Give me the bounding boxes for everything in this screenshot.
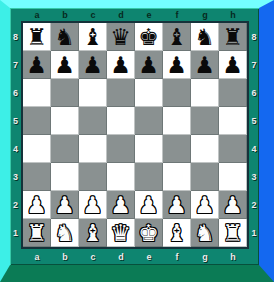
rank-label-left-6: 6 (10, 79, 21, 107)
square-b2[interactable]: ♟ (51, 191, 79, 219)
file-label-bottom-h: h (219, 249, 247, 265)
square-c2[interactable]: ♟ (79, 191, 107, 219)
piece-white-bishop[interactable]: ♝ (166, 219, 187, 247)
square-f5[interactable] (163, 107, 191, 135)
square-b8[interactable]: ♞ (51, 23, 79, 51)
piece-white-bishop[interactable]: ♝ (82, 219, 103, 247)
piece-white-pawn[interactable]: ♟ (222, 191, 243, 219)
square-a7[interactable]: ♟ (23, 51, 51, 79)
piece-black-pawn[interactable]: ♟ (138, 51, 159, 79)
piece-white-king[interactable]: ♚ (138, 219, 159, 247)
piece-black-knight[interactable]: ♞ (54, 23, 75, 51)
file-label-top-a: a (23, 8, 51, 21)
square-e5[interactable] (135, 107, 163, 135)
square-d8[interactable]: ♛ (107, 23, 135, 51)
file-label-bottom-g: g (191, 249, 219, 265)
square-d6[interactable] (107, 79, 135, 107)
square-f7[interactable]: ♟ (163, 51, 191, 79)
piece-white-knight[interactable]: ♞ (194, 219, 215, 247)
chess-board[interactable]: ♜♞♝♛♚♝♞♜♟♟♟♟♟♟♟♟♟♟♟♟♟♟♟♟♜♞♝♛♚♝♞♜ (21, 21, 249, 249)
square-g4[interactable] (191, 135, 219, 163)
file-label-top-e: e (135, 8, 163, 21)
square-g3[interactable] (191, 163, 219, 191)
square-b3[interactable] (51, 163, 79, 191)
rank-label-left-8: 8 (10, 23, 21, 51)
piece-black-pawn[interactable]: ♟ (26, 51, 47, 79)
square-e3[interactable] (135, 163, 163, 191)
square-c5[interactable] (79, 107, 107, 135)
piece-black-bishop[interactable]: ♝ (166, 23, 187, 51)
rank-label-right-2: 2 (249, 191, 259, 219)
square-a8[interactable]: ♜ (23, 23, 51, 51)
piece-white-pawn[interactable]: ♟ (82, 191, 103, 219)
piece-black-bishop[interactable]: ♝ (82, 23, 103, 51)
square-d3[interactable] (107, 163, 135, 191)
square-g5[interactable] (191, 107, 219, 135)
coordinate-band: abcdefgh abcdefgh 87654321 87654321 ♜♞♝♛… (10, 8, 259, 265)
piece-black-pawn[interactable]: ♟ (110, 51, 131, 79)
square-f2[interactable]: ♟ (163, 191, 191, 219)
piece-black-queen[interactable]: ♛ (110, 23, 131, 51)
chessboard-window: abcdefgh abcdefgh 87654321 87654321 ♜♞♝♛… (0, 0, 274, 282)
square-g1[interactable]: ♞ (191, 219, 219, 247)
piece-white-pawn[interactable]: ♟ (166, 191, 187, 219)
piece-white-pawn[interactable]: ♟ (54, 191, 75, 219)
square-c8[interactable]: ♝ (79, 23, 107, 51)
rank-labels-right: 87654321 (249, 23, 259, 247)
square-h1[interactable]: ♜ (219, 219, 247, 247)
square-h7[interactable]: ♟ (219, 51, 247, 79)
rank-label-right-4: 4 (249, 135, 259, 163)
square-h4[interactable] (219, 135, 247, 163)
file-label-top-g: g (191, 8, 219, 21)
file-label-top-h: h (219, 8, 247, 21)
file-labels-bottom: abcdefgh (23, 249, 247, 265)
square-d7[interactable]: ♟ (107, 51, 135, 79)
file-label-top-b: b (51, 8, 79, 21)
file-label-bottom-e: e (135, 249, 163, 265)
square-e4[interactable] (135, 135, 163, 163)
rank-label-left-7: 7 (10, 51, 21, 79)
square-g7[interactable]: ♟ (191, 51, 219, 79)
rank-label-right-7: 7 (249, 51, 259, 79)
rank-label-right-1: 1 (249, 219, 259, 247)
file-label-bottom-d: d (107, 249, 135, 265)
square-a2[interactable]: ♟ (23, 191, 51, 219)
piece-black-pawn[interactable]: ♟ (194, 51, 215, 79)
rank-label-left-3: 3 (10, 163, 21, 191)
square-c7[interactable]: ♟ (79, 51, 107, 79)
square-b4[interactable] (51, 135, 79, 163)
square-f3[interactable] (163, 163, 191, 191)
square-f4[interactable] (163, 135, 191, 163)
piece-white-rook[interactable]: ♜ (26, 219, 47, 247)
square-e1[interactable]: ♚ (135, 219, 163, 247)
square-c4[interactable] (79, 135, 107, 163)
square-a5[interactable] (23, 107, 51, 135)
file-label-top-d: d (107, 8, 135, 21)
square-h6[interactable] (219, 79, 247, 107)
piece-white-pawn[interactable]: ♟ (194, 191, 215, 219)
piece-white-pawn[interactable]: ♟ (110, 191, 131, 219)
square-f6[interactable] (163, 79, 191, 107)
piece-white-knight[interactable]: ♞ (54, 219, 75, 247)
piece-white-queen[interactable]: ♛ (110, 219, 131, 247)
square-e6[interactable] (135, 79, 163, 107)
piece-white-rook[interactable]: ♜ (222, 219, 243, 247)
file-label-bottom-f: f (163, 249, 191, 265)
square-e8[interactable]: ♚ (135, 23, 163, 51)
file-label-top-f: f (163, 8, 191, 21)
rank-label-left-4: 4 (10, 135, 21, 163)
square-d1[interactable]: ♛ (107, 219, 135, 247)
piece-black-pawn[interactable]: ♟ (82, 51, 103, 79)
rank-label-left-1: 1 (10, 219, 21, 247)
square-b5[interactable] (51, 107, 79, 135)
file-label-top-c: c (79, 8, 107, 21)
square-c1[interactable]: ♝ (79, 219, 107, 247)
piece-white-pawn[interactable]: ♟ (26, 191, 47, 219)
file-labels-top: abcdefgh (23, 8, 247, 21)
piece-black-king[interactable]: ♚ (138, 23, 159, 51)
piece-black-pawn[interactable]: ♟ (222, 51, 243, 79)
rank-label-right-8: 8 (249, 23, 259, 51)
rank-label-right-6: 6 (249, 79, 259, 107)
square-f8[interactable]: ♝ (163, 23, 191, 51)
square-f1[interactable]: ♝ (163, 219, 191, 247)
file-label-bottom-b: b (51, 249, 79, 265)
rank-labels-left: 87654321 (10, 23, 21, 247)
square-e7[interactable]: ♟ (135, 51, 163, 79)
square-d5[interactable] (107, 107, 135, 135)
square-c6[interactable] (79, 79, 107, 107)
file-label-bottom-c: c (79, 249, 107, 265)
square-g2[interactable]: ♟ (191, 191, 219, 219)
square-b6[interactable] (51, 79, 79, 107)
rank-label-left-2: 2 (10, 191, 21, 219)
square-c3[interactable] (79, 163, 107, 191)
piece-black-rook[interactable]: ♜ (222, 23, 243, 51)
square-a1[interactable]: ♜ (23, 219, 51, 247)
square-a6[interactable] (23, 79, 51, 107)
piece-black-pawn[interactable]: ♟ (166, 51, 187, 79)
rank-label-right-5: 5 (249, 107, 259, 135)
square-a4[interactable] (23, 135, 51, 163)
rank-label-left-5: 5 (10, 107, 21, 135)
square-a3[interactable] (23, 163, 51, 191)
piece-black-rook[interactable]: ♜ (26, 23, 47, 51)
square-h2[interactable]: ♟ (219, 191, 247, 219)
piece-white-pawn[interactable]: ♟ (138, 191, 159, 219)
square-d4[interactable] (107, 135, 135, 163)
file-label-bottom-a: a (23, 249, 51, 265)
square-h3[interactable] (219, 163, 247, 191)
rank-label-right-3: 3 (249, 163, 259, 191)
square-h8[interactable]: ♜ (219, 23, 247, 51)
square-g8[interactable]: ♞ (191, 23, 219, 51)
square-e2[interactable]: ♟ (135, 191, 163, 219)
square-b1[interactable]: ♞ (51, 219, 79, 247)
piece-black-knight[interactable]: ♞ (194, 23, 215, 51)
square-g6[interactable] (191, 79, 219, 107)
square-d2[interactable]: ♟ (107, 191, 135, 219)
piece-black-pawn[interactable]: ♟ (54, 51, 75, 79)
square-h5[interactable] (219, 107, 247, 135)
square-b7[interactable]: ♟ (51, 51, 79, 79)
